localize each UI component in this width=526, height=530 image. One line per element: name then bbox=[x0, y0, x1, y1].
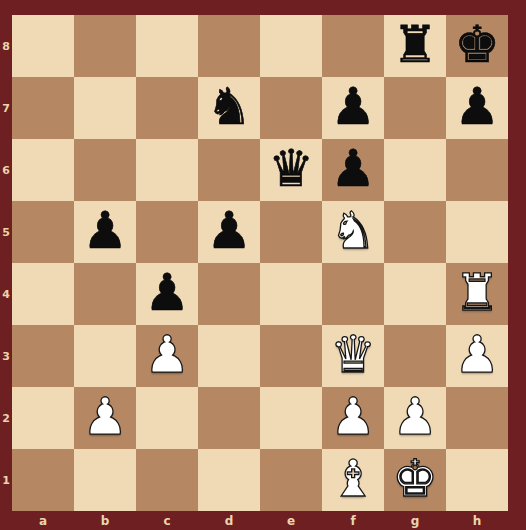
black-king-h8[interactable]: ♚ bbox=[454, 19, 500, 70]
square-d5[interactable]: ♟ bbox=[198, 201, 260, 263]
rank-label-2: 2 bbox=[0, 387, 12, 449]
white-bishop-f1[interactable]: ♝ bbox=[330, 453, 376, 504]
square-b5[interactable]: ♟ bbox=[74, 201, 136, 263]
square-d3[interactable] bbox=[198, 325, 260, 387]
square-f8[interactable] bbox=[322, 15, 384, 77]
square-c6[interactable] bbox=[136, 139, 198, 201]
square-e7[interactable] bbox=[260, 77, 322, 139]
square-a6[interactable] bbox=[12, 139, 74, 201]
square-g4[interactable] bbox=[384, 263, 446, 325]
black-pawn-c4[interactable]: ♟ bbox=[144, 267, 190, 318]
square-e5[interactable] bbox=[260, 201, 322, 263]
square-b1[interactable] bbox=[74, 449, 136, 511]
square-f1[interactable]: ♝ bbox=[322, 449, 384, 511]
square-a7[interactable] bbox=[12, 77, 74, 139]
file-label-f: f bbox=[322, 511, 384, 530]
file-label-h: h bbox=[446, 511, 508, 530]
square-h1[interactable] bbox=[446, 449, 508, 511]
square-c4[interactable]: ♟ bbox=[136, 263, 198, 325]
square-c7[interactable] bbox=[136, 77, 198, 139]
square-f3[interactable]: ♛ bbox=[322, 325, 384, 387]
square-h8[interactable]: ♚ bbox=[446, 15, 508, 77]
black-pawn-h7[interactable]: ♟ bbox=[454, 81, 500, 132]
black-pawn-d5[interactable]: ♟ bbox=[206, 205, 252, 256]
white-rook-h4[interactable]: ♜ bbox=[454, 267, 500, 318]
square-g3[interactable] bbox=[384, 325, 446, 387]
square-c8[interactable] bbox=[136, 15, 198, 77]
file-labels: abcdefgh bbox=[12, 511, 508, 530]
white-queen-f3[interactable]: ♛ bbox=[330, 329, 376, 380]
white-pawn-b2[interactable]: ♟ bbox=[82, 391, 128, 442]
square-e8[interactable] bbox=[260, 15, 322, 77]
square-b8[interactable] bbox=[74, 15, 136, 77]
square-h6[interactable] bbox=[446, 139, 508, 201]
black-pawn-f7[interactable]: ♟ bbox=[330, 81, 376, 132]
square-d1[interactable] bbox=[198, 449, 260, 511]
chess-board[interactable]: ♜♚♞♟♟♛♟♟♟♞♟♜♟♛♟♟♟♟♝♚ bbox=[12, 15, 508, 511]
rank-label-7: 7 bbox=[0, 77, 12, 139]
rank-label-6: 6 bbox=[0, 139, 12, 201]
file-label-e: e bbox=[260, 511, 322, 530]
white-pawn-h3[interactable]: ♟ bbox=[454, 329, 500, 380]
black-rook-g8[interactable]: ♜ bbox=[392, 19, 438, 70]
square-c1[interactable] bbox=[136, 449, 198, 511]
square-g6[interactable] bbox=[384, 139, 446, 201]
square-f5[interactable]: ♞ bbox=[322, 201, 384, 263]
square-c2[interactable] bbox=[136, 387, 198, 449]
square-f4[interactable] bbox=[322, 263, 384, 325]
rank-label-4: 4 bbox=[0, 263, 12, 325]
square-d6[interactable] bbox=[198, 139, 260, 201]
square-g7[interactable] bbox=[384, 77, 446, 139]
rank-label-8: 8 bbox=[0, 15, 12, 77]
board-frame: 87654321 ♜♚♞♟♟♛♟♟♟♞♟♜♟♛♟♟♟♟♝♚ abcdefgh bbox=[0, 0, 526, 530]
square-b2[interactable]: ♟ bbox=[74, 387, 136, 449]
square-b3[interactable] bbox=[74, 325, 136, 387]
square-a4[interactable] bbox=[12, 263, 74, 325]
square-c5[interactable] bbox=[136, 201, 198, 263]
white-pawn-g2[interactable]: ♟ bbox=[392, 391, 438, 442]
file-label-a: a bbox=[12, 511, 74, 530]
square-e3[interactable] bbox=[260, 325, 322, 387]
square-b7[interactable] bbox=[74, 77, 136, 139]
square-g2[interactable]: ♟ bbox=[384, 387, 446, 449]
square-a2[interactable] bbox=[12, 387, 74, 449]
black-pawn-f6[interactable]: ♟ bbox=[330, 143, 376, 194]
square-d7[interactable]: ♞ bbox=[198, 77, 260, 139]
file-label-g: g bbox=[384, 511, 446, 530]
square-e1[interactable] bbox=[260, 449, 322, 511]
file-label-c: c bbox=[136, 511, 198, 530]
square-h3[interactable]: ♟ bbox=[446, 325, 508, 387]
square-f6[interactable]: ♟ bbox=[322, 139, 384, 201]
black-pawn-b5[interactable]: ♟ bbox=[82, 205, 128, 256]
white-pawn-c3[interactable]: ♟ bbox=[144, 329, 190, 380]
square-e4[interactable] bbox=[260, 263, 322, 325]
square-a8[interactable] bbox=[12, 15, 74, 77]
file-label-b: b bbox=[74, 511, 136, 530]
square-g5[interactable] bbox=[384, 201, 446, 263]
square-b4[interactable] bbox=[74, 263, 136, 325]
square-d8[interactable] bbox=[198, 15, 260, 77]
white-pawn-f2[interactable]: ♟ bbox=[330, 391, 376, 442]
black-queen-e6[interactable]: ♛ bbox=[268, 143, 314, 194]
square-d4[interactable] bbox=[198, 263, 260, 325]
square-a5[interactable] bbox=[12, 201, 74, 263]
square-e2[interactable] bbox=[260, 387, 322, 449]
square-f2[interactable]: ♟ bbox=[322, 387, 384, 449]
square-a3[interactable] bbox=[12, 325, 74, 387]
square-h4[interactable]: ♜ bbox=[446, 263, 508, 325]
rank-labels: 87654321 bbox=[0, 15, 12, 511]
rank-label-3: 3 bbox=[0, 325, 12, 387]
square-h7[interactable]: ♟ bbox=[446, 77, 508, 139]
square-f7[interactable]: ♟ bbox=[322, 77, 384, 139]
rank-label-5: 5 bbox=[0, 201, 12, 263]
square-b6[interactable] bbox=[74, 139, 136, 201]
file-label-d: d bbox=[198, 511, 260, 530]
white-knight-f5[interactable]: ♞ bbox=[330, 205, 376, 256]
square-h2[interactable] bbox=[446, 387, 508, 449]
white-king-g1[interactable]: ♚ bbox=[392, 453, 438, 504]
square-g1[interactable]: ♚ bbox=[384, 449, 446, 511]
black-knight-d7[interactable]: ♞ bbox=[206, 81, 252, 132]
square-a1[interactable] bbox=[12, 449, 74, 511]
square-e6[interactable]: ♛ bbox=[260, 139, 322, 201]
square-c3[interactable]: ♟ bbox=[136, 325, 198, 387]
rank-label-1: 1 bbox=[0, 449, 12, 511]
square-h5[interactable] bbox=[446, 201, 508, 263]
square-d2[interactable] bbox=[198, 387, 260, 449]
square-g8[interactable]: ♜ bbox=[384, 15, 446, 77]
